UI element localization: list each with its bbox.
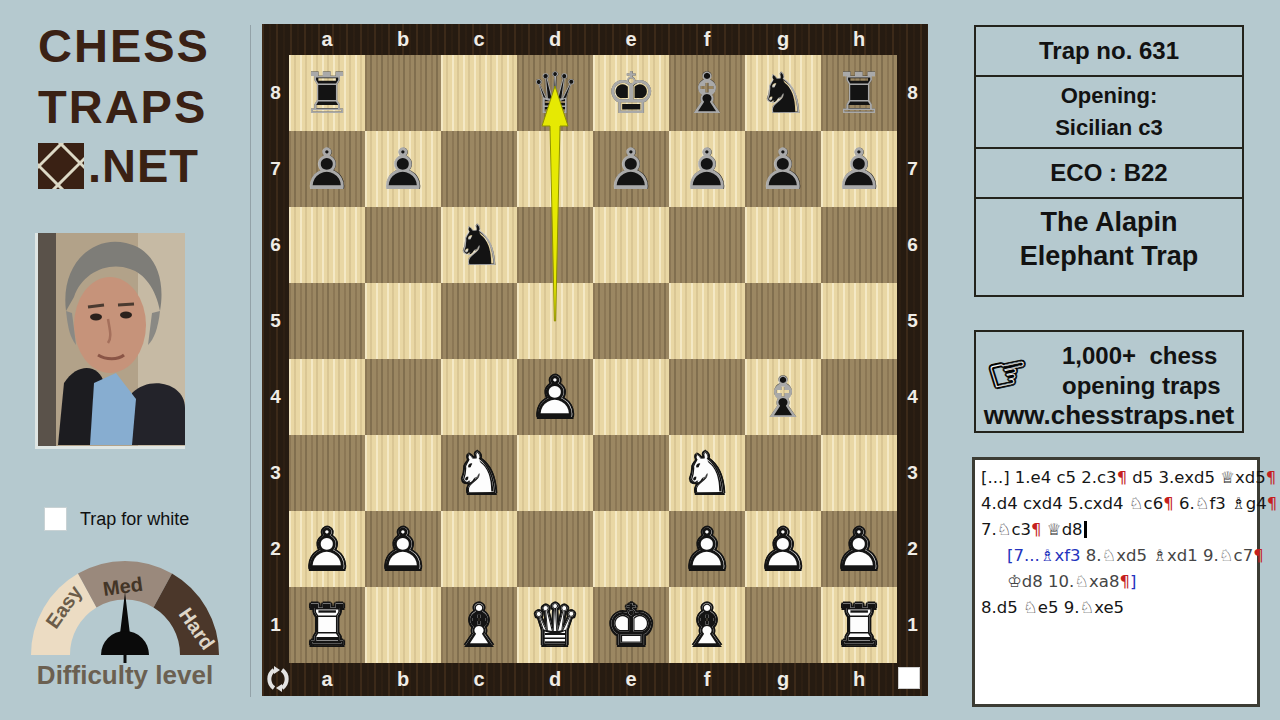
move-text: ¶ [1031,520,1042,539]
coord-label-8: 8 [897,55,928,131]
square-b5[interactable] [365,283,441,359]
white-bishop: ♝♗ [669,587,745,663]
coord-label-f: f [669,663,745,696]
black-pawn: ♟♙ [745,131,821,207]
square-d6[interactable] [517,207,593,283]
white-knight: ♞♘ [669,435,745,511]
square-g7[interactable]: ♟♙ [745,131,821,207]
coord-label-5: 5 [897,283,928,359]
chess-board: abcdefgh abcdefgh 87654321 87654321 ♜♖♛♕… [262,24,928,696]
coord-label-7: 7 [262,131,289,207]
square-h2[interactable]: ♟♙ [821,511,897,587]
square-a8[interactable]: ♜♖ [289,55,365,131]
white-queen: ♛♕ [517,587,593,663]
trap-for-white-checkbox[interactable] [44,507,67,531]
move-text: d5 3.exd5 ♕xd5 [1127,468,1266,487]
coord-label-2: 2 [897,511,928,587]
black-pawn: ♟♙ [289,131,365,207]
square-f6[interactable] [669,207,745,283]
square-c6[interactable]: ♞♘ [441,207,517,283]
coord-label-6: 6 [897,207,928,283]
coord-label-f: f [669,24,745,55]
move-text: ¶ [1117,468,1128,487]
page: CHESS TRAPS .NET [0,0,1280,720]
square-d7[interactable] [517,131,593,207]
square-h6[interactable] [821,207,897,283]
opening-name: Sicilian c3 [1055,112,1163,144]
square-d8[interactable]: ♛♕ [517,55,593,131]
square-c2[interactable] [441,511,517,587]
trap-title-box: The Alapin Elephant Trap [974,197,1244,297]
difficulty-gauge: Easy Med Hard [22,558,222,664]
difficulty-label: Difficulty level [0,660,250,691]
square-f7[interactable]: ♟♙ [669,131,745,207]
square-a4[interactable] [289,359,365,435]
white-pawn: ♟♙ [289,511,365,587]
square-f8[interactable]: ♝♗ [669,55,745,131]
square-b8[interactable] [365,55,441,131]
move-text: [7...♗xf3 [1007,546,1086,565]
black-pawn: ♟♙ [365,131,441,207]
black-rook: ♜♖ [821,55,897,131]
coord-label-b: b [365,24,441,55]
black-queen: ♛♕ [517,55,593,131]
trap-title-line1: The Alapin [1040,206,1177,240]
white-square-icon[interactable] [898,667,920,689]
eco-code: ECO : B22 [1050,159,1167,187]
move-line-2[interactable]: 4.d4 cxd4 5.cxd4 ♘c6¶ 6.♘f3 ♗g4¶ [981,491,1251,517]
square-f5[interactable] [669,283,745,359]
square-e3[interactable] [593,435,669,511]
coord-label-g: g [745,24,821,55]
eco-box: ECO : B22 [974,147,1244,199]
white-pawn: ♟♙ [669,511,745,587]
file-labels-top: abcdefgh [289,24,897,55]
square-h5[interactable] [821,283,897,359]
net-lattice-icon [38,143,84,189]
square-e1[interactable]: ♚♔ [593,587,669,663]
logo-line3: .NET [88,142,199,189]
white-king: ♚♔ [593,587,669,663]
logo-line1: CHESS [38,22,210,69]
black-knight: ♞♘ [441,207,517,283]
coord-label-c: c [441,663,517,696]
square-h1[interactable]: ♜♖ [821,587,897,663]
opening-label: Opening: [1061,80,1158,112]
hand-cursor-icon: ☞ [983,342,1035,403]
square-a6[interactable] [289,207,365,283]
coord-label-d: d [517,24,593,55]
trap-for-white-label: Trap for white [80,509,189,530]
move-text: ¶ [1253,546,1264,565]
move-text: 8.♘xd5 ♗xd1 9.♘c7 [1086,546,1253,565]
move-line-1[interactable]: [...] 1.e4 c5 2.c3¶ d5 3.exd5 ♕xd5¶ [981,465,1251,491]
move-line-6[interactable]: 8.d5 ♘e5 9.♘xe5 [981,595,1251,621]
promo-line2: opening traps [1062,372,1221,400]
square-c7[interactable] [441,131,517,207]
promo-url[interactable]: www.chesstraps.net [976,400,1242,431]
square-d1[interactable]: ♛♕ [517,587,593,663]
square-b4[interactable] [365,359,441,435]
opening-box: Opening: Sicilian c3 [974,75,1244,149]
square-e6[interactable] [593,207,669,283]
square-c8[interactable] [441,55,517,131]
coord-label-2: 2 [262,511,289,587]
coord-label-g: g [745,663,821,696]
flip-board-icon[interactable] [265,666,291,692]
square-e7[interactable]: ♟♙ [593,131,669,207]
trap-number: Trap no. 631 [1039,37,1179,65]
coord-label-5: 5 [262,283,289,359]
square-h3[interactable] [821,435,897,511]
square-d5[interactable] [517,283,593,359]
square-c1[interactable]: ♝♗ [441,587,517,663]
file-labels-bottom: abcdefgh [289,663,897,696]
move-text: 6.♘f3 ♗g4 [1174,494,1267,513]
white-pawn: ♟♙ [745,511,821,587]
square-e2[interactable] [593,511,669,587]
trap-number-box: Trap no. 631 [974,25,1244,77]
white-pawn: ♟♙ [821,511,897,587]
move-text: 7.♘c3 [981,520,1031,539]
move-line-4[interactable]: [7...♗xf3 8.♘xd5 ♗xd1 9.♘c7¶ [981,543,1251,569]
coord-label-6: 6 [262,207,289,283]
move-text: ¶ [1267,494,1278,513]
white-knight: ♞♘ [441,435,517,511]
rank-labels-left: 87654321 [262,55,289,663]
square-d3[interactable] [517,435,593,511]
promo-line1: 1,000+ chess [1062,342,1217,370]
move-text: ¶ [1163,494,1174,513]
square-c5[interactable] [441,283,517,359]
square-f2[interactable]: ♟♙ [669,511,745,587]
black-pawn: ♟♙ [821,131,897,207]
move-text: [...] 1.e4 c5 2.c3 [981,468,1117,487]
move-text: ¶ [1119,572,1130,591]
move-text: ♕d8 [1042,520,1083,539]
square-b7[interactable]: ♟♙ [365,131,441,207]
white-bishop: ♝♗ [441,587,517,663]
white-pawn: ♟♙ [365,511,441,587]
coord-label-a: a [289,663,365,696]
coord-label-7: 7 [897,131,928,207]
rank-labels-right: 87654321 [897,55,928,663]
square-e4[interactable] [593,359,669,435]
square-a1[interactable]: ♜♖ [289,587,365,663]
logo-line2: TRAPS [38,83,210,130]
square-h4[interactable] [821,359,897,435]
info-panel: Trap no. 631 Opening: Sicilian c3 ECO : … [974,25,1244,297]
square-e8[interactable]: ♚♔ [593,55,669,131]
square-g8[interactable]: ♞♘ [745,55,821,131]
square-b3[interactable] [365,435,441,511]
coord-label-a: a [289,24,365,55]
coord-label-4: 4 [897,359,928,435]
square-f1[interactable]: ♝♗ [669,587,745,663]
square-d4[interactable]: ♟♙ [517,359,593,435]
presenter-photo [35,233,185,449]
coord-label-b: b [365,663,441,696]
square-g4[interactable]: ♝♗ [745,359,821,435]
square-a3[interactable] [289,435,365,511]
square-b6[interactable] [365,207,441,283]
coord-label-4: 4 [262,359,289,435]
square-b2[interactable]: ♟♙ [365,511,441,587]
coord-label-1: 1 [897,587,928,663]
square-f3[interactable]: ♞♘ [669,435,745,511]
coord-label-h: h [821,663,897,696]
square-g5[interactable] [745,283,821,359]
move-line-5[interactable]: ♔d8 10.♘xa8¶] [981,569,1251,595]
square-g6[interactable] [745,207,821,283]
square-d2[interactable] [517,511,593,587]
black-king: ♚♔ [593,55,669,131]
square-g1[interactable] [745,587,821,663]
square-a5[interactable] [289,283,365,359]
coord-label-c: c [441,24,517,55]
square-a2[interactable]: ♟♙ [289,511,365,587]
move-text: ¶ [1266,468,1277,487]
black-bishop: ♝♗ [745,359,821,435]
text-cursor [1084,521,1087,538]
square-c4[interactable] [441,359,517,435]
square-c3[interactable]: ♞♘ [441,435,517,511]
coord-label-e: e [593,663,669,696]
black-knight: ♞♘ [745,55,821,131]
move-text: 4.d4 cxd4 5.cxd4 ♘c6 [981,494,1163,513]
sidebar-divider [250,25,251,697]
coord-label-h: h [821,24,897,55]
black-pawn: ♟♙ [593,131,669,207]
square-f4[interactable] [669,359,745,435]
black-rook: ♜♖ [289,55,365,131]
coord-label-3: 3 [897,435,928,511]
square-b1[interactable] [365,587,441,663]
promo-box[interactable]: ☞ 1,000+ chess opening traps www.chesstr… [974,330,1244,433]
move-text: 8.d5 ♘e5 9.♘xe5 [981,598,1124,617]
move-list[interactable]: [...] 1.e4 c5 2.c3¶ d5 3.exd5 ♕xd5¶4.d4 … [972,457,1260,707]
move-text: ] [1130,572,1136,591]
white-rook: ♜♖ [821,587,897,663]
coord-label-1: 1 [262,587,289,663]
square-g2[interactable]: ♟♙ [745,511,821,587]
move-line-3[interactable]: 7.♘c3¶ ♕d8 [981,517,1251,543]
black-bishop: ♝♗ [669,55,745,131]
white-rook: ♜♖ [289,587,365,663]
coord-label-e: e [593,24,669,55]
square-a7[interactable]: ♟♙ [289,131,365,207]
square-g3[interactable] [745,435,821,511]
coord-label-d: d [517,663,593,696]
trap-title-line2: Elephant Trap [1020,240,1199,274]
coord-label-3: 3 [262,435,289,511]
black-pawn: ♟♙ [669,131,745,207]
move-text: ♔d8 10.♘xa8 [1007,572,1119,591]
square-h7[interactable]: ♟♙ [821,131,897,207]
coord-label-8: 8 [262,55,289,131]
square-e5[interactable] [593,283,669,359]
site-logo: CHESS TRAPS .NET [38,22,210,189]
board-squares: ♜♖♛♕♚♔♝♗♞♘♜♖♟♙♟♙♟♙♟♙♟♙♟♙♞♘♟♙♝♗♞♘♞♘♟♙♟♙♟♙… [289,55,897,663]
square-h8[interactable]: ♜♖ [821,55,897,131]
white-pawn: ♟♙ [517,359,593,435]
